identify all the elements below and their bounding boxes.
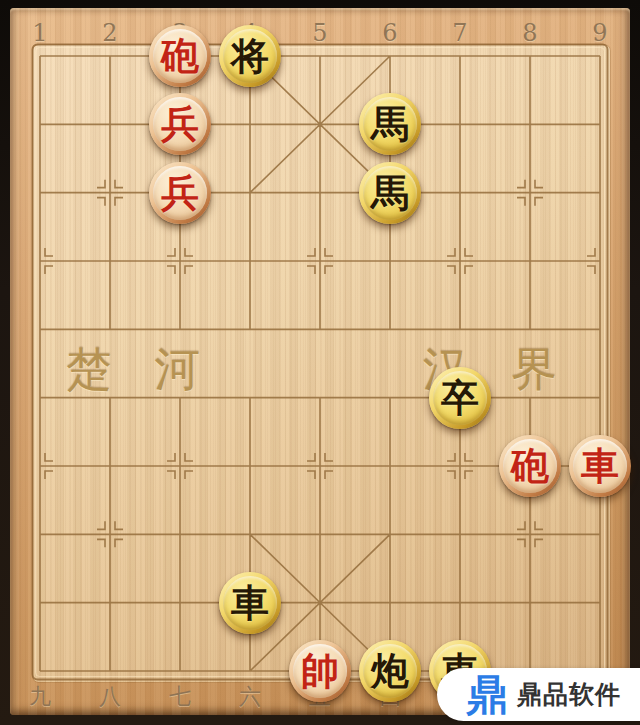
piece-red-chariot[interactable]: 車	[569, 435, 631, 497]
piece-character: 車	[581, 447, 619, 485]
dingpin-logo-icon: 鼎	[466, 674, 508, 716]
screenshot-root: 123456789 九八七六五四三二一 楚 河 汉 界 砲将兵馬兵馬卒砲車車帥炮…	[0, 0, 640, 725]
piece-black-soldier[interactable]: 卒	[429, 367, 491, 429]
piece-face: 兵	[153, 166, 207, 220]
piece-face: 馬	[363, 97, 417, 151]
piece-face: 車	[573, 439, 627, 493]
piece-character: 将	[231, 37, 269, 75]
piece-red-soldier[interactable]: 兵	[149, 162, 211, 224]
piece-character: 砲	[161, 37, 199, 75]
piece-face: 兵	[153, 97, 207, 151]
piece-black-general[interactable]: 将	[219, 25, 281, 87]
piece-character: 卒	[441, 379, 479, 417]
piece-face: 卒	[433, 371, 487, 425]
piece-red-soldier[interactable]: 兵	[149, 93, 211, 155]
piece-character: 車	[231, 584, 269, 622]
watermark-badge: 鼎 鼎品软件	[437, 668, 640, 721]
piece-black-chariot[interactable]: 車	[219, 572, 281, 634]
piece-character: 炮	[371, 652, 409, 690]
piece-face: 砲	[503, 439, 557, 493]
piece-red-cannon[interactable]: 砲	[499, 435, 561, 497]
piece-red-general[interactable]: 帥	[289, 640, 351, 702]
piece-face: 馬	[363, 166, 417, 220]
watermark-text: 鼎品软件	[517, 678, 621, 711]
piece-face: 車	[223, 576, 277, 630]
piece-black-cannon[interactable]: 炮	[359, 640, 421, 702]
piece-face: 炮	[363, 644, 417, 698]
piece-black-horse[interactable]: 馬	[359, 93, 421, 155]
piece-character: 砲	[511, 447, 549, 485]
piece-face: 将	[223, 29, 277, 83]
piece-character: 帥	[301, 652, 339, 690]
piece-face: 帥	[293, 644, 347, 698]
piece-character: 馬	[371, 105, 409, 143]
xiangqi-board: 砲将兵馬兵馬卒砲車車帥炮車	[5, 22, 635, 705]
piece-character: 兵	[161, 105, 199, 143]
piece-face: 砲	[153, 29, 207, 83]
piece-black-horse[interactable]: 馬	[359, 162, 421, 224]
piece-red-cannon[interactable]: 砲	[149, 25, 211, 87]
piece-character: 兵	[161, 174, 199, 212]
piece-character: 馬	[371, 174, 409, 212]
